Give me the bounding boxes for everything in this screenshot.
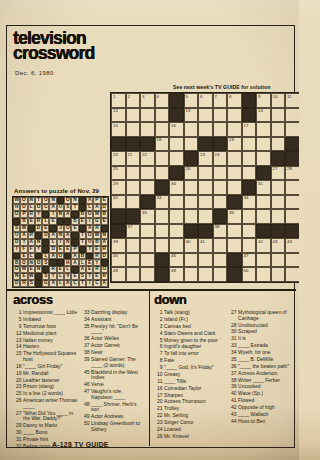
clue-number: 47	[81, 389, 91, 400]
answer-cell: N	[13, 273, 20, 280]
grid-cell: 19	[227, 137, 242, 152]
grid-cell: 21	[126, 151, 141, 166]
answer-cell: T	[79, 280, 86, 287]
clue-number: 25	[13, 391, 23, 397]
clue-item: 42Opposite of high	[228, 405, 294, 411]
grid-cell	[184, 122, 199, 137]
answer-cell: L	[28, 253, 35, 260]
clue-number: 33	[228, 343, 238, 349]
clue-number: 37	[81, 343, 91, 349]
answer-cell: R	[35, 218, 42, 225]
clue-number: 12	[13, 331, 23, 337]
grid-cell	[184, 267, 199, 282]
grid-cell	[271, 137, 286, 152]
answer-cell: A	[28, 239, 35, 246]
answer-cell: E	[64, 246, 71, 253]
cell-number: 13	[186, 109, 191, 113]
answer-cell: D	[42, 232, 49, 239]
clue-number: 4	[154, 331, 164, 337]
grid-cell-black	[111, 224, 126, 239]
clue-text: Trolley	[164, 406, 224, 412]
answer-cell-black	[49, 259, 56, 266]
grid-cell-black	[242, 108, 257, 123]
answer-cell: N	[35, 266, 42, 273]
cell-number: 8	[229, 95, 231, 99]
grid-cell: 14	[256, 108, 271, 123]
clue-item: 23Prison (slang)	[13, 384, 78, 390]
clue-text: ____ Wallach	[238, 412, 294, 418]
answer-cell: B	[13, 259, 20, 266]
clue-text: Danny to Marlo	[23, 423, 78, 429]
answer-cell-black	[64, 253, 71, 260]
clue-text: Ingrid's daughter	[164, 344, 224, 350]
clue-number: 19	[13, 371, 23, 377]
cell-number: 21	[128, 153, 133, 157]
grid-cell: 4	[155, 93, 170, 108]
answer-cell: Y	[93, 259, 100, 266]
clue-text: Talk (slang)	[164, 310, 224, 316]
answer-cell-black	[71, 232, 78, 239]
grid-cell	[285, 253, 299, 268]
grid-cell	[213, 195, 228, 210]
clue-text: ____ Shriner, Herb's son	[91, 402, 145, 413]
answer-cell: N	[101, 232, 108, 239]
clue-number: 6	[154, 344, 164, 350]
clue-item: 1Impressionist ____ Little	[13, 310, 78, 316]
grid-cell: 44	[285, 238, 299, 253]
clue-text: Verve	[91, 382, 145, 388]
grid-cell	[213, 267, 228, 282]
page-title: television crossword	[13, 31, 94, 61]
clue-item: 18"____ Girl Friday"	[13, 364, 78, 370]
answer-cell: T	[86, 246, 93, 253]
clue-text: Medicinal plant	[23, 331, 78, 337]
answer-cell: R	[93, 225, 100, 232]
clue-item: 4Stars Owens and Clark	[154, 331, 224, 337]
grid-cell	[271, 180, 286, 195]
answer-cell: Y	[20, 239, 27, 246]
down-clues-col2: 27Mythological queen of Carthage28Unobst…	[228, 310, 294, 426]
grid-cell	[198, 209, 213, 224]
clue-text: Actress Anderson	[238, 371, 294, 377]
clue-number: 21	[154, 406, 164, 412]
answer-cell: E	[28, 266, 35, 273]
clue-number: 15	[13, 351, 23, 362]
clue-item: 12Medicinal plant	[13, 331, 78, 337]
answer-cell: M	[93, 211, 100, 218]
cell-number: 5	[186, 95, 188, 99]
clue-item: 8Fate	[154, 358, 224, 364]
clue-number: 2	[154, 317, 164, 323]
answer-cell: T	[86, 273, 93, 280]
answer-cell: A	[101, 239, 108, 246]
grid-cell: 30	[169, 180, 184, 195]
clue-number: 11	[154, 379, 164, 385]
grid-cell	[256, 137, 271, 152]
clue-number: 27	[228, 310, 238, 321]
grid-cell: 29	[111, 180, 126, 195]
cell-number: 38	[215, 225, 220, 229]
answer-cell: D	[13, 239, 20, 246]
grid-cell	[198, 195, 213, 210]
cell-number: 31	[258, 182, 263, 186]
answer-cell-black	[42, 239, 49, 246]
grid-cell	[126, 267, 141, 282]
grid-cell	[227, 180, 242, 195]
answer-cell: E	[101, 197, 108, 204]
cell-number: 32	[113, 196, 118, 200]
answer-cell: W	[28, 273, 35, 280]
cell-number: 22	[142, 153, 147, 157]
grid-cell	[155, 122, 170, 137]
answer-cell: S	[13, 225, 20, 232]
answer-cell-black	[13, 253, 20, 260]
grid-cell	[256, 122, 271, 137]
grid-cell	[155, 209, 170, 224]
cell-number: 14	[258, 109, 263, 113]
answer-cell: P	[93, 197, 100, 204]
answer-cell-black	[57, 259, 64, 266]
answer-cell: R	[101, 273, 108, 280]
answer-cell-black	[35, 273, 42, 280]
answer-cell: E	[71, 273, 78, 280]
clue-text: The Hollywood Squares host	[23, 351, 78, 362]
clue-item: 40Wave (Sp.)	[228, 391, 294, 397]
clue-text: Loaned	[164, 427, 224, 433]
clue-item: 36Actor Welles	[81, 336, 145, 342]
grid-cell-black	[184, 151, 199, 166]
answer-cell-black	[71, 239, 78, 246]
clue-text: Wyeth, for one	[238, 350, 294, 356]
cell-number: 42	[258, 240, 263, 244]
clue-number: 41	[228, 398, 238, 404]
grid-cell-black	[285, 151, 299, 166]
answer-cell: W	[20, 266, 27, 273]
grid-cell: 41	[198, 238, 213, 253]
answer-cell: G	[93, 218, 100, 225]
clue-text: Island (Fr.)	[164, 317, 224, 323]
grid-cell: 6	[198, 93, 213, 108]
grid-cell-black	[155, 253, 170, 268]
grid-cell	[242, 151, 257, 166]
grid-cell: 20	[111, 151, 126, 166]
cell-number: 4	[157, 95, 159, 99]
grid-cell	[184, 180, 199, 195]
clue-text: Mythological queen of Carthage	[238, 310, 294, 321]
clue-item: 30Scraped	[228, 329, 294, 335]
clue-item: 1Talk (slang)	[154, 310, 224, 316]
grid-cell: 18	[155, 137, 170, 152]
answer-cell: A	[86, 197, 93, 204]
grid-cell	[198, 108, 213, 123]
grid-cell	[242, 166, 257, 181]
grid-cell: 49	[169, 267, 184, 282]
grid-cell	[242, 224, 257, 239]
clue-text: Uncooked	[238, 384, 294, 390]
crossword-grid: 1234567891011121314151617181920212223242…	[110, 92, 299, 283]
grid-cell-black	[111, 209, 126, 224]
clue-item: 24Loaned	[154, 427, 224, 433]
clue-number: 22	[154, 413, 164, 419]
cell-number: 1	[113, 95, 115, 99]
grid-cell-black	[198, 137, 213, 152]
clue-number: 30	[228, 329, 238, 335]
grid-cell-black	[140, 195, 155, 210]
answer-cell: O	[42, 197, 49, 204]
clue-number: 24	[154, 427, 164, 433]
clue-text: Vaughn's role, Napoleon ____	[91, 389, 145, 400]
grid-cell	[271, 267, 286, 282]
clue-number: 26	[154, 434, 164, 440]
clue-text: "____ Girl Friday"	[23, 364, 78, 370]
grid-cell: 22	[140, 151, 155, 166]
clue-item: 11____ Tillis	[154, 379, 224, 385]
grid-cell	[169, 238, 184, 253]
clue-number: 34	[228, 350, 238, 356]
answer-cell-black	[42, 266, 49, 273]
answer-cell: O	[13, 266, 20, 273]
answer-cell: B	[20, 218, 27, 225]
section-divider-vertical	[149, 290, 150, 446]
clue-item: 9"____ God, It's Friday"	[154, 365, 224, 371]
answer-cell: U	[57, 204, 64, 211]
clue-item: 27Mythological queen of Carthage	[228, 310, 294, 321]
grid-cell	[271, 108, 286, 123]
cell-number: 40	[186, 240, 191, 244]
answer-cell: H	[64, 259, 71, 266]
grid-cell	[140, 238, 155, 253]
answer-grid: WONTONONAPEHOLOCAUSTLADOPRYINABOMBBERLEB…	[12, 196, 109, 288]
answer-cell: R	[28, 211, 35, 218]
clue-number: 35	[81, 324, 91, 335]
grid-cell	[213, 122, 228, 137]
clue-item: 22Mr. Serling	[154, 413, 224, 419]
grid-cell	[227, 151, 242, 166]
clue-item: 6Ingrid's daughter	[154, 344, 224, 350]
cell-number: 33	[157, 196, 162, 200]
answer-cell: J	[57, 225, 64, 232]
clue-item: 21Trolley	[154, 406, 224, 412]
clue-number: 13	[13, 338, 23, 344]
clue-text: Blackbird in the West Indies	[91, 370, 145, 381]
answer-cell: A	[49, 253, 56, 260]
clue-item: 33____ Estrada	[228, 343, 294, 349]
answer-cell: Y	[35, 246, 42, 253]
cell-number: 25	[113, 167, 118, 171]
clue-text: It is	[238, 336, 294, 342]
answer-cell: L	[57, 273, 64, 280]
clue-item: 26American writer Thomas ____	[13, 398, 78, 409]
grid-cell-black	[242, 93, 257, 108]
cell-number: 12	[113, 109, 118, 113]
cell-number: 6	[200, 95, 202, 99]
answer-cell: U	[86, 239, 93, 246]
cell-number: 2	[128, 95, 130, 99]
grid-cell	[126, 108, 141, 123]
answer-cell: I	[49, 211, 56, 218]
grid-cell: 12	[111, 108, 126, 123]
answer-cell-black	[86, 253, 93, 260]
grid-cell: 48	[111, 267, 126, 282]
answer-cell-black	[71, 211, 78, 218]
answer-cell: C	[93, 280, 100, 287]
answer-cell-black	[64, 218, 71, 225]
answer-cell: R	[93, 253, 100, 260]
grid-cell	[155, 238, 170, 253]
clue-text: Unobstructed	[238, 323, 294, 329]
clue-text: ____ Bono	[23, 430, 78, 436]
answer-cell: I	[57, 239, 64, 246]
clue-text: Actor Garrett	[91, 343, 145, 349]
answer-cell: O	[64, 225, 71, 232]
grid-cell	[126, 238, 141, 253]
answer-cell: N	[28, 259, 35, 266]
grid-cell-black	[227, 267, 242, 282]
answer-cell: A	[64, 232, 71, 239]
answer-cell: D	[49, 246, 56, 253]
answer-cell: B	[93, 239, 100, 246]
clue-number: 28	[228, 323, 238, 329]
clue-number: 23	[154, 420, 164, 426]
clue-item: 5Money given to the poor	[154, 338, 224, 344]
clue-text: Hasten	[23, 344, 78, 350]
cell-number: 48	[113, 269, 118, 273]
grid-cell-black	[126, 209, 141, 224]
clue-text: Actress Thompson	[164, 399, 224, 405]
clue-number: 10	[154, 372, 164, 378]
clue-text: Sharpen	[164, 393, 224, 399]
answer-cell: F	[28, 246, 35, 253]
clue-item: 10Greasy	[154, 372, 224, 378]
clue-text: Hoss to Ben	[238, 419, 294, 425]
grid-cell: 40	[184, 238, 199, 253]
answer-cell: C	[42, 204, 49, 211]
answer-cell: A	[49, 232, 56, 239]
grid-cell	[198, 253, 213, 268]
across-clues-col1: 1Impressionist ____ Little5Imitated9Tomo…	[13, 310, 78, 451]
grid-cell	[256, 253, 271, 268]
clue-text: Italian money	[23, 338, 78, 344]
answer-cell: T	[79, 239, 86, 246]
page-title-line2: crossword	[13, 46, 94, 61]
answer-cell: B	[71, 218, 78, 225]
answer-cell-black	[28, 225, 35, 232]
cell-number: 23	[200, 153, 205, 157]
answer-cell: E	[101, 218, 108, 225]
clue-text: Impressionist ____ Little	[23, 310, 78, 316]
answer-cell-black	[35, 253, 42, 260]
clue-number: 16	[154, 386, 164, 392]
answer-cell: A	[49, 280, 56, 287]
clue-number: 17	[154, 393, 164, 399]
cell-number: 27	[273, 167, 278, 171]
clue-item: 34Assistant	[81, 317, 145, 323]
answer-cell: S	[79, 273, 86, 280]
grid-cell	[184, 137, 199, 152]
grid-cell	[169, 137, 184, 152]
clue-item: 20Actress Thompson	[154, 399, 224, 405]
grid-cell	[140, 166, 155, 181]
grid-cell: 16	[169, 122, 184, 137]
clue-number: 31	[13, 437, 23, 443]
grid-cell	[256, 267, 271, 282]
clue-text: Mr. Knievel	[164, 434, 224, 440]
answer-cell: S	[42, 273, 49, 280]
answer-cell: E	[86, 266, 93, 273]
clue-number: 20	[154, 399, 164, 405]
grid-cell-black	[242, 180, 257, 195]
clue-text: Stars Owens and Clark	[164, 331, 224, 337]
grid-cell: 13	[184, 108, 199, 123]
answer-cell: W	[13, 197, 20, 204]
answer-cell: L	[42, 253, 49, 260]
grid-cell	[126, 195, 141, 210]
grid-cell	[285, 122, 299, 137]
cell-number: 16	[171, 124, 176, 128]
grid-cell	[271, 209, 286, 224]
clue-text: ____ Tillis	[164, 379, 224, 385]
answer-cell-black	[35, 280, 42, 287]
grid-cell: 37	[126, 224, 141, 239]
clue-item: 28Unobstructed	[228, 323, 294, 329]
answer-cell: O	[57, 253, 64, 260]
clue-number: 39	[228, 384, 238, 390]
grid-cell	[198, 122, 213, 137]
answer-cell: O	[13, 211, 20, 218]
across-header: across	[13, 292, 53, 307]
cell-number: 26	[186, 167, 191, 171]
grid-cell: 10	[271, 93, 286, 108]
answer-cell: O	[101, 266, 108, 273]
clue-text: American writer Thomas ____	[23, 398, 78, 409]
answer-cell-black	[35, 232, 42, 239]
answer-cell: E	[42, 225, 49, 232]
grid-cell: 26	[184, 166, 199, 181]
cell-number: 10	[273, 95, 278, 99]
grid-cell	[256, 151, 271, 166]
clue-text: Mr. Serling	[164, 413, 224, 419]
grid-cell: 8	[227, 93, 242, 108]
clue-item: 38Writer ____ Ferber	[228, 378, 294, 384]
grid-cell-black	[256, 166, 271, 181]
grid-cell	[213, 238, 228, 253]
grid-cell: 27	[271, 166, 286, 181]
grid-cell: 11	[285, 93, 299, 108]
cell-number: 41	[200, 240, 205, 244]
grid-cell: 50	[242, 267, 257, 282]
grid-cell: 45	[111, 253, 126, 268]
clue-item: 34Wyeth, for one	[228, 350, 294, 356]
clue-number: 23	[13, 384, 23, 390]
answer-cell: W	[93, 232, 100, 239]
answer-cell-black	[49, 225, 56, 232]
cell-number: 37	[128, 225, 133, 229]
grid-cell	[256, 195, 271, 210]
answer-cell: S	[42, 259, 49, 266]
grid-cell	[285, 209, 299, 224]
answer-cell: A	[93, 204, 100, 211]
clue-number: 3	[154, 324, 164, 330]
clue-item: 39Uncooked	[228, 384, 294, 390]
answer-cell: R	[28, 232, 35, 239]
clue-number: 49	[81, 414, 91, 420]
clue-item: 25In a line (2 words)	[13, 391, 78, 397]
clue-item: 33Dazzling display	[81, 310, 145, 316]
grid-cell	[155, 224, 170, 239]
clue-item: 7To fall into error	[154, 351, 224, 357]
answer-cell: D	[101, 204, 108, 211]
answer-cell-black	[101, 225, 108, 232]
